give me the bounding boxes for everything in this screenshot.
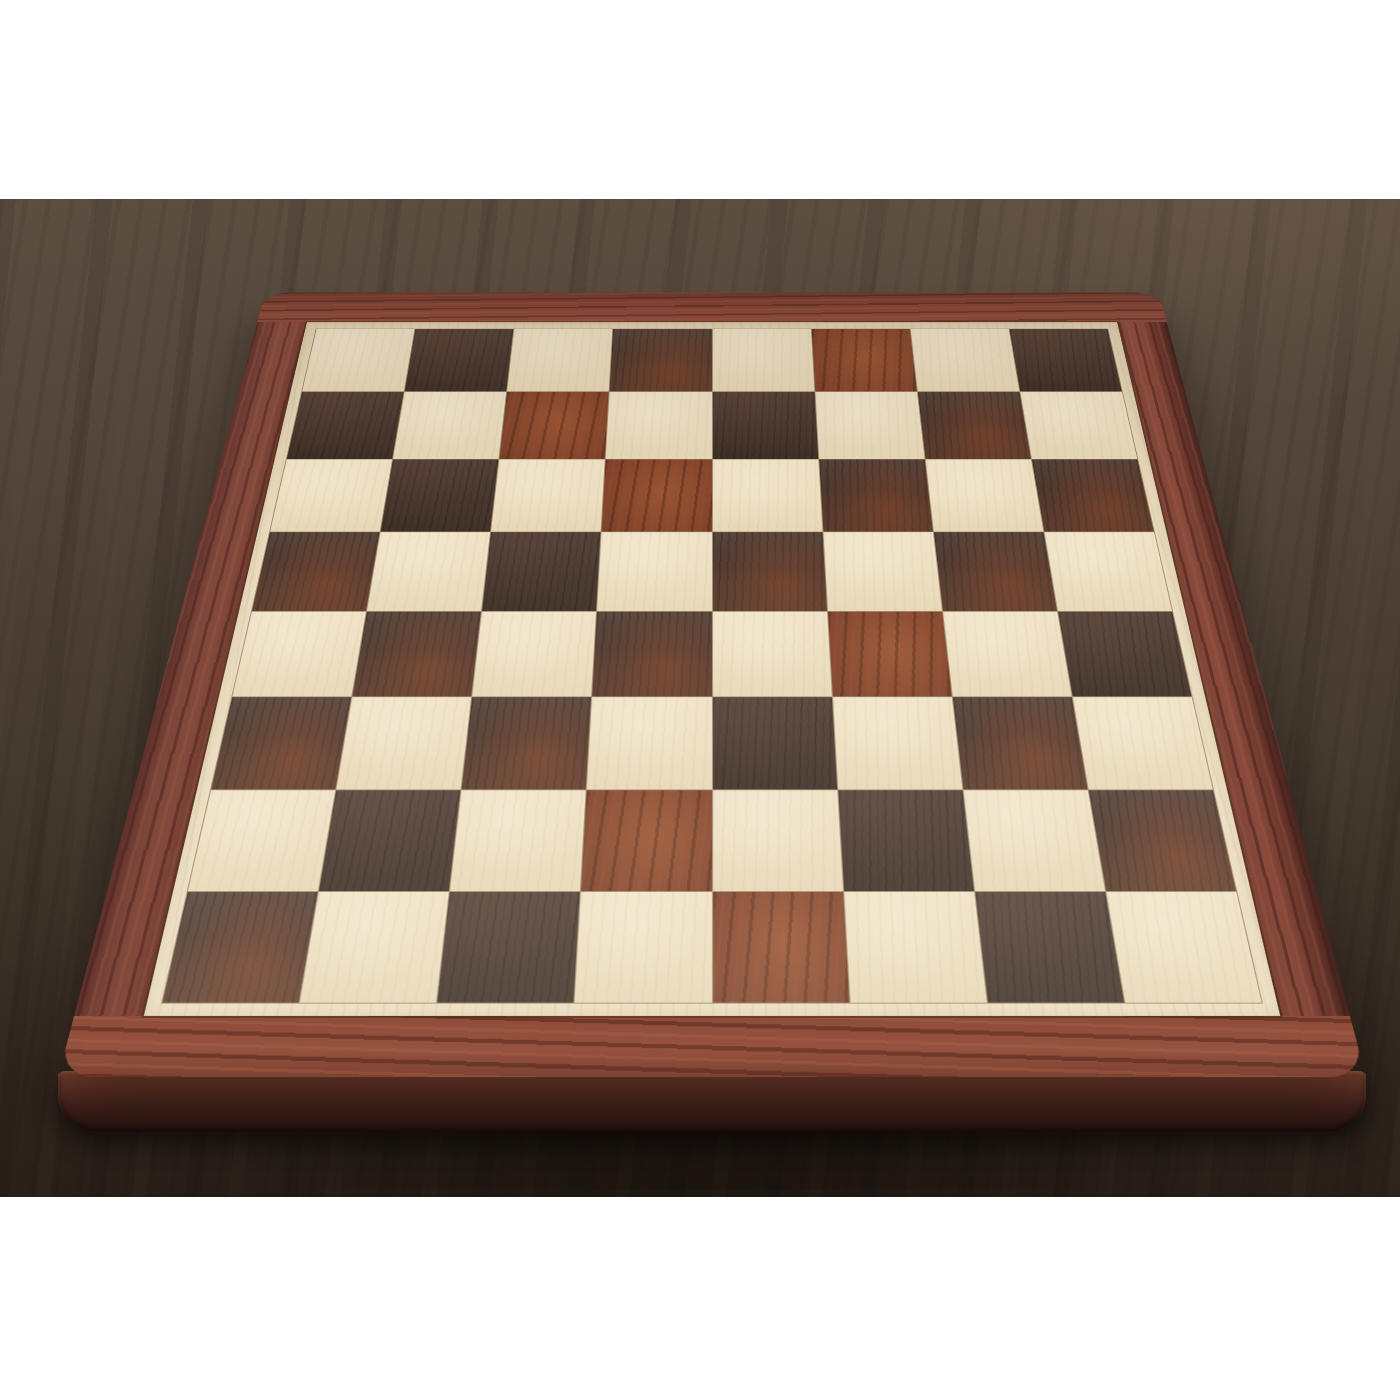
square-b4: [353, 611, 482, 696]
square-g1: [975, 892, 1124, 1003]
square-g4: [943, 611, 1072, 696]
square-e4: [713, 611, 832, 696]
square-c5: [482, 533, 601, 611]
square-b1: [300, 892, 449, 1003]
square-d4: [593, 611, 712, 696]
square-c1: [438, 892, 581, 1003]
square-a5: [252, 533, 380, 611]
square-a3: [211, 697, 351, 789]
square-g3: [953, 697, 1088, 789]
board-border-bottom: [58, 1016, 1366, 1077]
square-f3: [833, 697, 963, 789]
square-f1: [844, 892, 987, 1003]
square-h8: [1009, 329, 1121, 391]
square-g2: [963, 790, 1105, 891]
square-a7: [287, 392, 404, 459]
square-d8: [610, 329, 712, 391]
square-h6: [1032, 460, 1154, 532]
square-f2: [838, 790, 974, 891]
square-f6: [819, 460, 933, 532]
backdrop-band-top: [0, 0, 1400, 199]
square-h5: [1044, 533, 1172, 611]
chessboard-photo: [0, 199, 1400, 1197]
square-g7: [918, 392, 1031, 459]
square-a6: [270, 460, 392, 532]
backdrop-band-bottom: [0, 1197, 1400, 1400]
square-d3: [587, 697, 711, 789]
square-h3: [1073, 697, 1213, 789]
square-h4: [1058, 611, 1192, 696]
square-e6: [712, 460, 822, 532]
square-e2: [713, 790, 843, 891]
square-f4: [828, 611, 952, 696]
square-a8: [302, 329, 414, 391]
square-g8: [910, 329, 1019, 391]
square-d2: [581, 790, 711, 891]
square-b8: [405, 329, 514, 391]
square-e1: [713, 892, 849, 1003]
square-b2: [319, 790, 461, 891]
product-photo-page: [0, 0, 1400, 1400]
board-scene: [0, 199, 1400, 1197]
square-a2: [188, 790, 335, 891]
playing-area: [144, 322, 1280, 1016]
square-b7: [393, 392, 506, 459]
board-border-top: [257, 293, 1167, 323]
square-h2: [1089, 790, 1236, 891]
square-e8: [712, 329, 814, 391]
square-c2: [450, 790, 586, 891]
square-f7: [815, 392, 924, 459]
square-d6: [602, 460, 712, 532]
square-c6: [491, 460, 605, 532]
chess-board: [58, 293, 1366, 1078]
square-g6: [925, 460, 1043, 532]
square-e5: [712, 533, 826, 611]
square-d7: [606, 392, 712, 459]
square-b5: [367, 533, 490, 611]
square-e7: [712, 392, 818, 459]
square-d1: [575, 892, 711, 1003]
square-b3: [337, 697, 472, 789]
square-a4: [233, 611, 367, 696]
square-a1: [162, 892, 317, 1003]
board-grid: [162, 329, 1261, 1003]
square-b6: [381, 460, 499, 532]
square-c8: [507, 329, 612, 391]
square-c7: [500, 392, 609, 459]
square-h1: [1106, 892, 1261, 1003]
square-f8: [811, 329, 916, 391]
square-h7: [1020, 392, 1137, 459]
square-c4: [473, 611, 597, 696]
square-g5: [934, 533, 1057, 611]
square-f5: [823, 533, 942, 611]
square-d5: [597, 533, 711, 611]
square-c3: [462, 697, 592, 789]
square-e3: [713, 697, 837, 789]
